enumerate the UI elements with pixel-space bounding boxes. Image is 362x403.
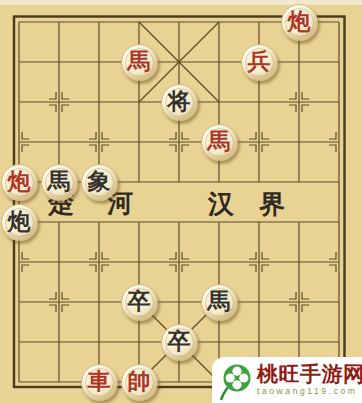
board-point-0-4: 炮 <box>0 162 39 202</box>
watermark-banner: 桃旺手游网 taowang119.com <box>212 357 362 403</box>
board-point-3-1: 馬 <box>119 42 159 82</box>
piece-black-horse[interactable]: 馬 <box>41 164 78 201</box>
piece-glyph: 馬 <box>208 290 231 313</box>
clover-icon <box>214 358 256 402</box>
board-point-4-8: 卒 <box>159 322 199 362</box>
piece-red-cannon[interactable]: 炮 <box>1 164 38 201</box>
piece-black-pawn[interactable]: 卒 <box>121 284 158 321</box>
piece-glyph: 炮 <box>8 210 31 233</box>
piece-glyph: 炮 <box>288 10 311 33</box>
piece-red-general[interactable]: 帥 <box>121 364 158 401</box>
piece-black-cannon[interactable]: 炮 <box>1 204 38 241</box>
board-point-7-0: 炮 <box>279 2 319 42</box>
piece-glyph: 車 <box>88 370 111 393</box>
board-point-5-7: 馬 <box>199 282 239 322</box>
piece-black-horse[interactable]: 馬 <box>201 284 238 321</box>
watermark-text: 桃旺手游网 taowang119.com <box>257 363 362 396</box>
piece-glyph: 馬 <box>128 50 151 73</box>
board-point-2-9: 車 <box>79 362 119 402</box>
piece-glyph: 卒 <box>168 330 191 353</box>
piece-black-elephant[interactable]: 象 <box>81 164 118 201</box>
piece-glyph: 炮 <box>8 170 31 193</box>
board-point-5-3: 馬 <box>199 122 239 162</box>
pieces-layer: 炮馬兵将馬炮馬象炮卒馬卒車帥 <box>0 2 359 402</box>
piece-red-pawn[interactable]: 兵 <box>241 44 278 81</box>
xiangqi-screenshot: 楚河 汉界 炮馬兵将馬炮馬象炮卒馬卒車帥 桃旺手游网 taowang119.co… <box>0 0 362 403</box>
piece-glyph: 帥 <box>128 370 151 393</box>
board-point-1-4: 馬 <box>39 162 79 202</box>
board-point-2-4: 象 <box>79 162 119 202</box>
piece-glyph: 馬 <box>208 130 231 153</box>
piece-black-pawn[interactable]: 卒 <box>161 324 198 361</box>
piece-black-general[interactable]: 将 <box>161 84 198 121</box>
piece-red-cannon[interactable]: 炮 <box>281 4 318 41</box>
piece-glyph: 象 <box>88 170 111 193</box>
piece-glyph: 馬 <box>48 170 71 193</box>
piece-red-horse[interactable]: 馬 <box>201 124 238 161</box>
piece-glyph: 兵 <box>248 50 271 73</box>
board-point-3-7: 卒 <box>119 282 159 322</box>
board-point-3-9: 帥 <box>119 362 159 402</box>
piece-red-horse[interactable]: 馬 <box>121 44 158 81</box>
watermark-site-name: 桃旺手游网 <box>257 363 362 386</box>
board-point-6-1: 兵 <box>239 42 279 82</box>
piece-glyph: 将 <box>168 90 191 113</box>
watermark-site-url: taowang119.com <box>257 386 358 396</box>
board-point-4-2: 将 <box>159 82 199 122</box>
piece-red-chariot[interactable]: 車 <box>81 364 118 401</box>
board-point-0-5: 炮 <box>0 202 39 242</box>
piece-glyph: 卒 <box>128 290 151 313</box>
